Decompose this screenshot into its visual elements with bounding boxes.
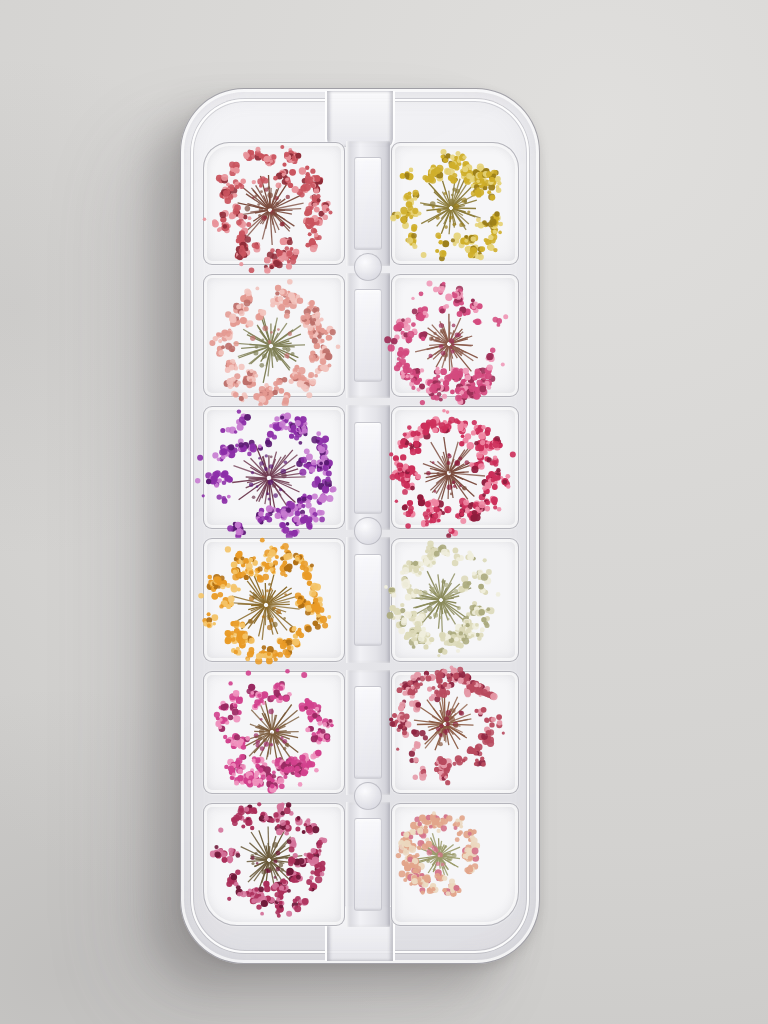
dried-flower bbox=[189, 780, 349, 940]
center-spine-segment bbox=[346, 141, 390, 266]
compartment-r4c2 bbox=[391, 538, 519, 661]
box-top-latch bbox=[325, 91, 395, 147]
dried-flower bbox=[369, 264, 529, 424]
compartment-r6c1 bbox=[203, 803, 345, 926]
compartment-r1c2 bbox=[391, 142, 519, 265]
compartment-r2c2 bbox=[391, 274, 519, 397]
compartment-r4c1 bbox=[203, 538, 345, 661]
photo-scene bbox=[0, 0, 768, 1024]
compartment-r3c2 bbox=[391, 406, 519, 529]
compartment-r3c1 bbox=[203, 406, 345, 529]
dried-flower bbox=[192, 652, 352, 812]
compartment-r5c1 bbox=[203, 671, 345, 794]
center-spine-segment bbox=[346, 670, 390, 795]
compartment-r2c1 bbox=[203, 274, 345, 397]
dried-flower bbox=[189, 398, 349, 558]
dried-flower bbox=[186, 525, 346, 685]
compartment-grid bbox=[202, 141, 520, 927]
compartment-r6c2 bbox=[391, 803, 519, 926]
dried-flower bbox=[371, 128, 531, 288]
dried-flower bbox=[191, 266, 351, 426]
compartment-r5c2 bbox=[391, 671, 519, 794]
center-spine-segment bbox=[346, 537, 390, 662]
dried-flower bbox=[190, 130, 350, 290]
center-spine-segment bbox=[346, 405, 390, 530]
flower-storage-box bbox=[180, 88, 540, 964]
center-spine-segment bbox=[346, 273, 390, 398]
center-spine-segment bbox=[346, 802, 390, 927]
compartment-r1c1 bbox=[203, 142, 345, 265]
dried-flower bbox=[369, 393, 529, 553]
